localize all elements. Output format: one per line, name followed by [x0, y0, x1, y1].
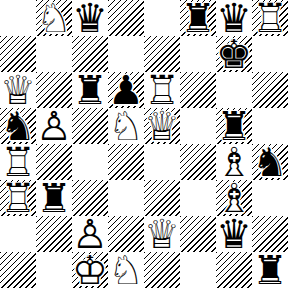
white-king-icon: ♔	[72, 250, 108, 288]
square-c8[interactable]: ♛♛	[72, 0, 108, 36]
piece-white-queen: ♛♕	[144, 108, 180, 144]
piece-black-knight: ♞♞	[252, 144, 288, 180]
white-knight-icon: ♘	[108, 250, 144, 288]
black-rook-icon: ♜	[180, 0, 216, 38]
square-b3[interactable]: ♜♜	[36, 180, 72, 216]
square-c1[interactable]: ♚♔	[72, 252, 108, 288]
square-d8[interactable]	[108, 0, 144, 36]
square-h6[interactable]	[252, 72, 288, 108]
white-rook-icon: ♖	[0, 178, 36, 218]
square-d4[interactable]	[108, 144, 144, 180]
white-knight-icon: ♘	[36, 0, 72, 38]
square-e1[interactable]	[144, 252, 180, 288]
square-a2[interactable]	[0, 216, 36, 252]
piece-black-king: ♚♚	[216, 36, 252, 72]
black-queen-icon: ♛	[72, 0, 108, 38]
square-c4[interactable]	[72, 144, 108, 180]
piece-black-queen: ♛♛	[72, 0, 108, 36]
white-rook-icon: ♖	[252, 0, 288, 38]
square-b8[interactable]: ♞♘	[36, 0, 72, 36]
square-h4[interactable]: ♞♞	[252, 144, 288, 180]
black-rook-icon: ♜	[72, 70, 108, 110]
square-g2[interactable]: ♛♛	[216, 216, 252, 252]
square-f1[interactable]	[180, 252, 216, 288]
square-d3[interactable]	[108, 180, 144, 216]
square-e5[interactable]: ♛♕	[144, 108, 180, 144]
square-b5[interactable]: ♟♙	[36, 108, 72, 144]
square-e2[interactable]: ♛♕	[144, 216, 180, 252]
white-pawn-icon: ♙	[36, 106, 72, 146]
piece-black-rook: ♜♜	[252, 252, 288, 288]
black-rook-icon: ♜	[252, 250, 288, 288]
chess-board: ♞♘♛♛♜♜♛♛♜♖♚♚♛♕♜♜♟♟♜♖♞♞♟♙♞♘♛♕♜♜♜♖♝♗♞♞♜♖♜♜…	[0, 0, 288, 288]
square-a3[interactable]: ♜♖	[0, 180, 36, 216]
square-e4[interactable]	[144, 144, 180, 180]
piece-white-rook: ♜♖	[252, 0, 288, 36]
white-queen-icon: ♕	[144, 214, 180, 254]
black-knight-icon: ♞	[252, 142, 288, 182]
piece-black-rook: ♜♜	[180, 0, 216, 36]
square-h3[interactable]	[252, 180, 288, 216]
piece-white-knight: ♞♘	[108, 252, 144, 288]
square-a1[interactable]	[0, 252, 36, 288]
square-f5[interactable]	[180, 108, 216, 144]
piece-black-queen: ♛♛	[216, 216, 252, 252]
piece-white-king: ♚♔	[72, 252, 108, 288]
square-d1[interactable]: ♞♘	[108, 252, 144, 288]
piece-black-rook: ♜♜	[36, 180, 72, 216]
piece-white-knight: ♞♘	[36, 0, 72, 36]
square-b7[interactable]	[36, 36, 72, 72]
square-f6[interactable]	[180, 72, 216, 108]
square-e8[interactable]	[144, 0, 180, 36]
square-d5[interactable]: ♞♘	[108, 108, 144, 144]
piece-white-rook: ♜♖	[0, 180, 36, 216]
white-knight-icon: ♘	[108, 106, 144, 146]
piece-black-rook: ♜♜	[72, 72, 108, 108]
square-a8[interactable]	[0, 0, 36, 36]
square-b2[interactable]	[36, 216, 72, 252]
square-b1[interactable]	[36, 252, 72, 288]
square-c6[interactable]: ♜♜	[72, 72, 108, 108]
square-f7[interactable]	[180, 36, 216, 72]
white-queen-icon: ♕	[144, 106, 180, 146]
square-f8[interactable]: ♜♜	[180, 0, 216, 36]
square-f4[interactable]	[180, 144, 216, 180]
piece-white-queen: ♛♕	[144, 216, 180, 252]
square-h7[interactable]	[252, 36, 288, 72]
square-h8[interactable]: ♜♖	[252, 0, 288, 36]
square-h1[interactable]: ♜♜	[252, 252, 288, 288]
piece-white-pawn: ♟♙	[36, 108, 72, 144]
square-g1[interactable]	[216, 252, 252, 288]
black-queen-icon: ♛	[216, 214, 252, 254]
black-king-icon: ♚	[216, 34, 252, 74]
square-f2[interactable]	[180, 216, 216, 252]
piece-white-knight: ♞♘	[108, 108, 144, 144]
square-g7[interactable]: ♚♚	[216, 36, 252, 72]
square-c5[interactable]	[72, 108, 108, 144]
square-f3[interactable]	[180, 180, 216, 216]
black-rook-icon: ♜	[36, 178, 72, 218]
